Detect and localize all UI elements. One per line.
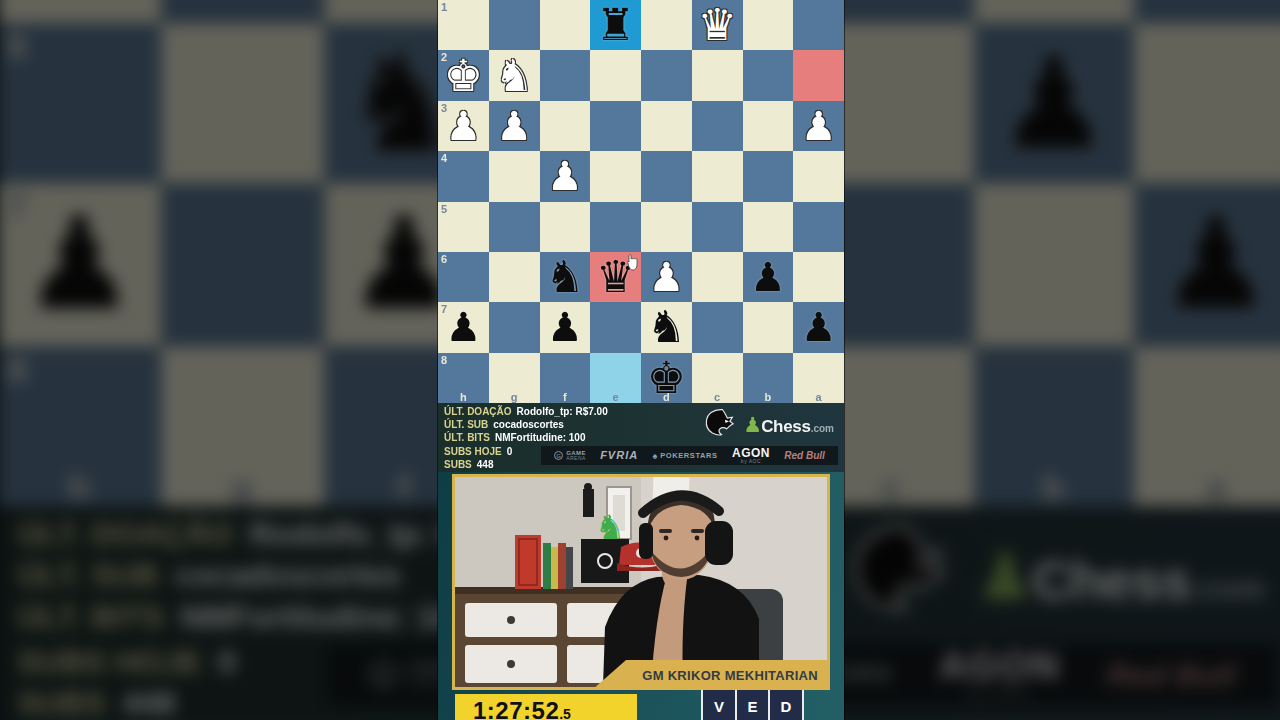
square-g8[interactable]: g [489, 353, 540, 403]
square-b7[interactable] [743, 302, 794, 352]
square-e5[interactable] [590, 202, 641, 252]
cam-section: ♞ [438, 472, 844, 720]
sponsor-bar: GGAMEARENAFVRIA♠POKERSTARSAGONby AOCRed … [541, 446, 838, 465]
file-label: b [743, 391, 794, 403]
stat-row: ÚLT. DOAÇÃORodolfo_tp: R$7.00 [444, 405, 608, 418]
chess-board[interactable]: 1♜♛2♚♞3♟♟♟4♟56♞♛♟♟7♟♟♞♟8hgfed♚cba [438, 0, 844, 403]
black-knight: ♞ [641, 302, 692, 352]
black-king: ♚ [641, 353, 692, 403]
square-h8[interactable]: 8h [438, 353, 489, 403]
black-pawn: ♟ [540, 302, 591, 352]
square-f7[interactable]: ♟ [540, 302, 591, 352]
square-f6[interactable]: ♞ [540, 252, 591, 302]
sponsor-logo-gamearena: GGAMEARENA [554, 450, 586, 461]
square-f3[interactable] [540, 101, 591, 151]
file-label: h [438, 391, 489, 403]
square-b4[interactable] [743, 151, 794, 201]
square-h4[interactable]: 4 [438, 151, 489, 201]
white-pawn: ♟ [641, 252, 692, 302]
sponsor-logo-pokerstars: ♠POKERSTARS [652, 451, 717, 461]
stat-label: ÚLT. DOAÇÃO [444, 405, 512, 418]
white-pawn: ♟ [489, 101, 540, 151]
stream-screenshot: 1♜♛2♚♞3♟♟♟4♟56♞♛♟♟7♟♟♞♟8hgfed♚cba ÚLT. D… [0, 0, 1280, 720]
rank-label: 5 [441, 203, 447, 215]
square-d4[interactable] [641, 151, 692, 201]
square-a7[interactable]: ♟ [793, 302, 844, 352]
file-label: a [793, 391, 844, 403]
score-header-d: D [768, 688, 804, 720]
stat-value: 448 [477, 458, 494, 471]
black-pawn: ♟ [793, 302, 844, 352]
square-c8[interactable]: c [692, 353, 743, 403]
square-a3[interactable]: ♟ [793, 101, 844, 151]
square-g5[interactable] [489, 202, 540, 252]
square-a5[interactable] [793, 202, 844, 252]
white-king: ♚ [438, 50, 489, 100]
stat-value: Rodolfo_tp: R$7.00 [517, 405, 608, 418]
square-b6[interactable]: ♟ [743, 252, 794, 302]
square-a8[interactable]: a [793, 353, 844, 403]
file-label: f [540, 391, 591, 403]
sponsor-label: FVRIA [600, 450, 638, 461]
stat-label: ÚLT. BITS [444, 431, 490, 444]
furia-panther-icon [702, 408, 736, 442]
white-pawn: ♟ [438, 101, 489, 151]
square-f8[interactable]: f [540, 353, 591, 403]
pokerstars-icon: ♠ [652, 451, 657, 461]
square-e3[interactable] [590, 101, 641, 151]
stat-value: NMFortitudine: 100 [495, 431, 586, 444]
square-g3[interactable]: ♟ [489, 101, 540, 151]
square-h6[interactable]: 6 [438, 252, 489, 302]
square-c7[interactable] [692, 302, 743, 352]
white-knight: ♞ [489, 50, 540, 100]
timer-tenths: .5 [559, 706, 571, 720]
black-rook: ♜ [590, 0, 641, 50]
sponsor-logo-redbull: Red Bull [784, 451, 825, 461]
black-pawn: ♟ [743, 252, 794, 302]
square-e7[interactable] [590, 302, 641, 352]
square-a6[interactable] [793, 252, 844, 302]
square-g7[interactable] [489, 302, 540, 352]
square-d8[interactable]: d♚ [641, 353, 692, 403]
white-pawn: ♟ [793, 101, 844, 151]
square-a1[interactable] [793, 0, 844, 50]
square-d7[interactable]: ♞ [641, 302, 692, 352]
white-pawn: ♟ [540, 151, 591, 201]
square-e2[interactable] [590, 50, 641, 100]
square-f1[interactable] [540, 0, 591, 50]
sponsor-sublabel: ARENA [566, 456, 586, 461]
square-e1[interactable]: ♜ [590, 0, 641, 50]
file-label: g [489, 391, 540, 403]
stat-label: SUBS [444, 458, 472, 471]
square-b3[interactable] [743, 101, 794, 151]
mouse-cursor [627, 254, 640, 275]
square-a4[interactable] [793, 151, 844, 201]
webcam-name-tag: GM KRIKOR MEKHITARIAN [592, 660, 830, 690]
rank-label: 4 [441, 152, 447, 164]
square-d3[interactable] [641, 101, 692, 151]
square-h1[interactable]: 1 [438, 0, 489, 50]
square-h2[interactable]: 2♚ [438, 50, 489, 100]
webcam-frame: ♞ [452, 474, 830, 690]
score-header-e: E [735, 688, 771, 720]
file-label: e [590, 391, 641, 403]
gamearena-icon: G [554, 451, 563, 460]
stream-info-panel: ÚLT. DOAÇÃORodolfo_tp: R$7.00ÚLT. SUBcoc… [438, 403, 844, 472]
stat-value: cocadoscortes [493, 418, 564, 431]
square-h5[interactable]: 5 [438, 202, 489, 252]
black-pawn: ♟ [438, 302, 489, 352]
stat-value: 0 [507, 445, 513, 458]
webcam-video: ♞ [455, 477, 827, 687]
stat-row: ÚLT. BITSNMFortitudine: 100 [444, 431, 608, 444]
square-b2[interactable] [743, 50, 794, 100]
square-g1[interactable] [489, 0, 540, 50]
square-d1[interactable] [641, 0, 692, 50]
square-c3[interactable] [692, 101, 743, 151]
black-knight: ♞ [540, 252, 591, 302]
branding: ♟ Chess .com [702, 408, 834, 442]
square-c4[interactable] [692, 151, 743, 201]
rank-label: 6 [441, 253, 447, 265]
stat-label: ÚLT. SUB [444, 418, 488, 431]
square-g6[interactable] [489, 252, 540, 302]
sponsor-label: Red Bull [784, 451, 825, 461]
stream-center-column: 1♜♛2♚♞3♟♟♟4♟56♞♛♟♟7♟♟♞♟8hgfed♚cba ÚLT. D… [438, 0, 844, 720]
stat-row: ÚLT. SUBcocadoscortes [444, 418, 608, 431]
square-f2[interactable] [540, 50, 591, 100]
square-b1[interactable] [743, 0, 794, 50]
chesscom-pawn-icon: ♟ [743, 413, 762, 437]
sponsor-logo-agon: AGONby AOC [732, 447, 770, 464]
square-b8[interactable]: b [743, 353, 794, 403]
sponsor-sublabel: by AOC [741, 459, 761, 464]
timer-value: 1:27:52 [473, 697, 559, 720]
square-c6[interactable] [692, 252, 743, 302]
square-f5[interactable] [540, 202, 591, 252]
square-g4[interactable] [489, 151, 540, 201]
square-b5[interactable] [743, 202, 794, 252]
square-h3[interactable]: 3♟ [438, 101, 489, 151]
square-d6[interactable]: ♟ [641, 252, 692, 302]
square-f4[interactable]: ♟ [540, 151, 591, 201]
square-e8[interactable]: e [590, 353, 641, 403]
sponsor-label: POKERSTARS [660, 452, 718, 460]
stat-label: SUBS HOJE [444, 445, 502, 458]
square-g2[interactable]: ♞ [489, 50, 540, 100]
square-d2[interactable] [641, 50, 692, 100]
rank-label: 1 [441, 1, 447, 13]
square-e4[interactable] [590, 151, 641, 201]
score-table: VED [701, 688, 804, 720]
sponsor-logo-furia: FVRIA [600, 450, 638, 461]
rank-label: 8 [441, 354, 447, 366]
square-h7[interactable]: 7♟ [438, 302, 489, 352]
file-label: c [692, 391, 743, 403]
chesscom-logo: ♟ Chess .com [743, 413, 834, 437]
score-header-v: V [701, 688, 737, 720]
square-a2[interactable] [793, 50, 844, 100]
square-c5[interactable] [692, 202, 743, 252]
square-d5[interactable] [641, 202, 692, 252]
square-c1[interactable]: ♛ [692, 0, 743, 50]
white-queen: ♛ [692, 0, 743, 50]
stream-timer: 1:27:52.5 [455, 694, 637, 720]
square-c2[interactable] [692, 50, 743, 100]
